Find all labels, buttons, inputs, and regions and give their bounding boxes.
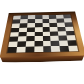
square-h4[interactable] xyxy=(65,30,74,35)
square-a4[interactable] xyxy=(10,31,19,36)
square-g6[interactable] xyxy=(57,22,65,26)
square-a2[interactable] xyxy=(8,41,17,46)
square-e1[interactable] xyxy=(42,46,51,52)
square-g4[interactable] xyxy=(58,31,67,36)
square-h6[interactable] xyxy=(64,22,72,26)
square-h3[interactable] xyxy=(66,35,75,40)
square-a3[interactable] xyxy=(9,36,18,41)
square-f3[interactable] xyxy=(50,35,59,40)
square-f5[interactable] xyxy=(49,26,57,31)
square-h5[interactable] xyxy=(65,26,74,31)
square-d3[interactable] xyxy=(34,36,42,41)
square-d4[interactable] xyxy=(34,31,42,36)
square-d1[interactable] xyxy=(33,46,42,52)
square-f2[interactable] xyxy=(50,40,59,45)
square-f1[interactable] xyxy=(51,46,60,52)
square-h2[interactable] xyxy=(67,40,76,45)
square-d6[interactable] xyxy=(34,22,42,26)
square-b3[interactable] xyxy=(17,36,26,41)
square-g3[interactable] xyxy=(58,35,67,40)
chessboard-photo xyxy=(0,0,84,84)
square-e6[interactable] xyxy=(42,22,50,26)
square-c6[interactable] xyxy=(26,23,34,27)
square-b1[interactable] xyxy=(16,46,25,52)
square-f6[interactable] xyxy=(49,22,57,26)
square-c5[interactable] xyxy=(26,27,34,32)
square-b6[interactable] xyxy=(19,23,27,27)
square-c1[interactable] xyxy=(25,46,34,52)
square-a5[interactable] xyxy=(10,27,18,32)
square-c4[interactable] xyxy=(26,31,34,36)
square-b5[interactable] xyxy=(18,27,26,32)
square-a1[interactable] xyxy=(7,46,17,52)
square-b2[interactable] xyxy=(16,41,25,46)
square-c3[interactable] xyxy=(25,36,33,41)
square-e3[interactable] xyxy=(42,36,50,41)
square-c2[interactable] xyxy=(25,41,34,46)
square-d2[interactable] xyxy=(34,41,43,46)
square-g2[interactable] xyxy=(59,40,68,45)
square-g1[interactable] xyxy=(59,45,69,51)
square-e2[interactable] xyxy=(42,40,51,45)
board-frame xyxy=(0,11,84,57)
square-g5[interactable] xyxy=(57,26,65,31)
square-b4[interactable] xyxy=(18,31,26,36)
square-e4[interactable] xyxy=(42,31,50,36)
square-f4[interactable] xyxy=(50,31,58,36)
square-d5[interactable] xyxy=(34,27,42,32)
square-e5[interactable] xyxy=(42,26,50,31)
chessboard xyxy=(7,14,78,52)
square-h1[interactable] xyxy=(68,45,78,51)
